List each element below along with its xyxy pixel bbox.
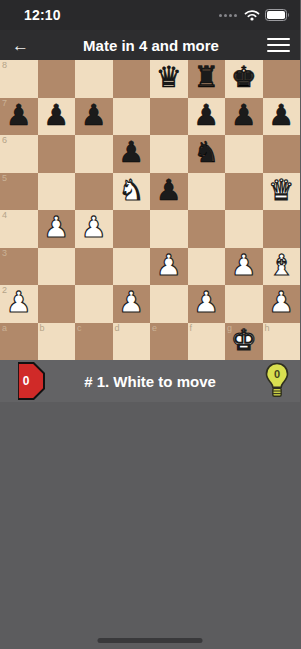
square-h2[interactable]: ♟ — [263, 285, 301, 323]
wifi-icon — [244, 9, 260, 21]
black-pawn[interactable]: ♟ — [81, 101, 107, 130]
square-g3[interactable]: ♟ — [225, 248, 263, 286]
square-h1[interactable]: h — [263, 323, 301, 361]
square-e3[interactable]: ♟ — [150, 248, 188, 286]
square-a2[interactable]: 2♟ — [0, 285, 38, 323]
menu-button[interactable] — [266, 38, 290, 53]
square-e1[interactable]: e — [150, 323, 188, 361]
white-bishop[interactable]: ♝ — [268, 251, 294, 280]
black-queen[interactable]: ♛ — [156, 63, 182, 92]
square-d5[interactable]: ♞ — [113, 173, 151, 211]
black-pawn[interactable]: ♟ — [231, 101, 257, 130]
black-pawn[interactable]: ♟ — [268, 101, 294, 130]
puzzle-caption: # 1. White to move — [84, 373, 216, 390]
square-f8[interactable]: ♜ — [188, 60, 226, 98]
square-a7[interactable]: 7♟ — [0, 98, 38, 136]
square-b2[interactable] — [38, 285, 76, 323]
coordinate-label-8: 8 — [2, 61, 7, 70]
status-bar: 12:10 — [0, 0, 300, 30]
stop-octagon-icon: 0 — [9, 364, 43, 398]
coordinate-label-a: a — [2, 324, 7, 333]
square-d6[interactable]: ♟ — [113, 135, 151, 173]
square-e5[interactable]: ♟ — [150, 173, 188, 211]
coordinate-label-4: 4 — [2, 211, 7, 220]
square-f2[interactable]: ♟ — [188, 285, 226, 323]
hint-count: 0 — [274, 368, 280, 380]
white-pawn[interactable]: ♟ — [156, 251, 182, 280]
black-rook[interactable]: ♜ — [193, 63, 219, 92]
nav-bar: ← Mate in 4 and more — [0, 30, 300, 60]
square-g8[interactable]: ♚ — [225, 60, 263, 98]
square-e7[interactable] — [150, 98, 188, 136]
square-f3[interactable] — [188, 248, 226, 286]
white-pawn[interactable]: ♟ — [268, 288, 294, 317]
square-c3[interactable] — [75, 248, 113, 286]
coordinate-label-e: e — [152, 324, 157, 333]
coordinate-label-6: 6 — [2, 136, 7, 145]
clock-time: 12:10 — [24, 7, 61, 23]
fail-count: 0 — [23, 374, 30, 388]
square-h3[interactable]: ♝ — [263, 248, 301, 286]
square-f4[interactable] — [188, 210, 226, 248]
black-king[interactable]: ♚ — [231, 63, 257, 92]
white-pawn[interactable]: ♟ — [43, 213, 69, 242]
square-h6[interactable] — [263, 135, 301, 173]
square-g5[interactable] — [225, 173, 263, 211]
square-f5[interactable] — [188, 173, 226, 211]
coordinate-label-c: c — [77, 324, 82, 333]
black-knight[interactable]: ♞ — [193, 138, 219, 167]
square-a1[interactable]: a — [0, 323, 38, 361]
app-screen: 12:10 ← Mate in 4 and more 8♛♜♚7♟♟♟♟♟♟6♟… — [0, 0, 300, 649]
square-a6[interactable]: 6 — [0, 135, 38, 173]
chess-board: 8♛♜♚7♟♟♟♟♟♟6♟♞5♞♟♛4♟♟3♟♟♝2♟♟♟♟abcdefg♚h — [0, 60, 300, 360]
square-f7[interactable]: ♟ — [188, 98, 226, 136]
white-pawn[interactable]: ♟ — [81, 213, 107, 242]
square-e4[interactable] — [150, 210, 188, 248]
square-d8[interactable] — [113, 60, 151, 98]
content-area — [0, 402, 300, 649]
black-pawn[interactable]: ♟ — [43, 101, 69, 130]
square-g6[interactable] — [225, 135, 263, 173]
square-b6[interactable] — [38, 135, 76, 173]
coordinate-label-3: 3 — [2, 249, 7, 258]
square-d7[interactable] — [113, 98, 151, 136]
white-knight[interactable]: ♞ — [118, 176, 144, 205]
square-c7[interactable]: ♟ — [75, 98, 113, 136]
square-c5[interactable] — [75, 173, 113, 211]
square-g4[interactable] — [225, 210, 263, 248]
coordinate-label-b: b — [40, 324, 45, 333]
status-icons — [219, 9, 290, 21]
square-b4[interactable]: ♟ — [38, 210, 76, 248]
white-pawn[interactable]: ♟ — [118, 288, 144, 317]
square-d3[interactable] — [113, 248, 151, 286]
square-g1[interactable]: g♚ — [225, 323, 263, 361]
square-b7[interactable]: ♟ — [38, 98, 76, 136]
square-b3[interactable] — [38, 248, 76, 286]
hint-button[interactable]: 0 — [262, 362, 292, 400]
black-pawn[interactable]: ♟ — [6, 101, 32, 130]
coordinate-label-d: d — [115, 324, 120, 333]
coordinate-label-5: 5 — [2, 174, 7, 183]
square-g7[interactable]: ♟ — [225, 98, 263, 136]
square-b5[interactable] — [38, 173, 76, 211]
black-pawn[interactable]: ♟ — [118, 138, 144, 167]
white-pawn[interactable]: ♟ — [231, 251, 257, 280]
square-h7[interactable]: ♟ — [263, 98, 301, 136]
white-queen[interactable]: ♛ — [268, 176, 294, 205]
black-pawn[interactable]: ♟ — [193, 101, 219, 130]
square-c2[interactable] — [75, 285, 113, 323]
square-b1[interactable]: b — [38, 323, 76, 361]
square-h8[interactable] — [263, 60, 301, 98]
square-h5[interactable]: ♛ — [263, 173, 301, 211]
home-indicator[interactable] — [98, 638, 203, 643]
square-f1[interactable]: f — [188, 323, 226, 361]
square-c4[interactable]: ♟ — [75, 210, 113, 248]
square-e6[interactable] — [150, 135, 188, 173]
back-button[interactable]: ← — [12, 37, 36, 54]
square-c8[interactable] — [75, 60, 113, 98]
square-a3[interactable]: 3 — [0, 248, 38, 286]
square-b8[interactable] — [38, 60, 76, 98]
puzzle-status-bar: 0 # 1. White to move 0 — [0, 360, 300, 402]
square-d4[interactable] — [113, 210, 151, 248]
square-d1[interactable]: d — [113, 323, 151, 361]
square-f6[interactable]: ♞ — [188, 135, 226, 173]
square-g2[interactable] — [225, 285, 263, 323]
page-title: Mate in 4 and more — [36, 37, 266, 54]
white-pawn[interactable]: ♟ — [6, 288, 32, 317]
coordinate-label-h: h — [265, 324, 270, 333]
fail-counter-badge[interactable]: 0 — [7, 362, 45, 400]
square-c6[interactable] — [75, 135, 113, 173]
square-a4[interactable]: 4 — [0, 210, 38, 248]
square-d2[interactable]: ♟ — [113, 285, 151, 323]
cellular-signal-icon — [219, 14, 237, 17]
battery-icon — [265, 9, 290, 21]
square-a5[interactable]: 5 — [0, 173, 38, 211]
white-pawn[interactable]: ♟ — [193, 288, 219, 317]
white-king[interactable]: ♚ — [231, 326, 257, 355]
black-pawn[interactable]: ♟ — [156, 176, 182, 205]
square-e8[interactable]: ♛ — [150, 60, 188, 98]
square-h4[interactable] — [263, 210, 301, 248]
square-c1[interactable]: c — [75, 323, 113, 361]
coordinate-label-f: f — [190, 324, 193, 333]
square-a8[interactable]: 8 — [0, 60, 38, 98]
square-e2[interactable] — [150, 285, 188, 323]
